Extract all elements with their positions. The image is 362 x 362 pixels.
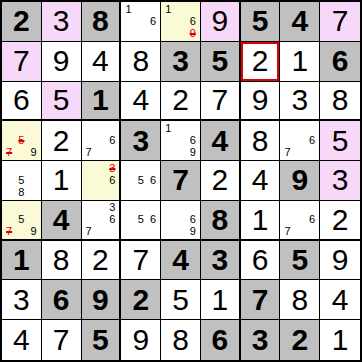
candidate-empty bbox=[3, 202, 15, 214]
candidate-empty bbox=[3, 214, 15, 226]
cell-r1c8[interactable]: 4 bbox=[280, 2, 320, 42]
candidate-empty bbox=[15, 147, 27, 159]
candidate-empty bbox=[135, 162, 147, 174]
given-digit: 2 bbox=[132, 285, 149, 315]
candidate-empty bbox=[28, 187, 40, 199]
candidate-empty bbox=[3, 122, 15, 134]
given-digit: 4 bbox=[211, 126, 228, 156]
candidate-empty bbox=[147, 226, 159, 238]
candidate-empty bbox=[83, 187, 95, 199]
candidate-empty bbox=[106, 147, 118, 159]
cell-r8c3[interactable]: 9 bbox=[82, 280, 122, 320]
candidate-empty bbox=[174, 15, 186, 27]
cell-r8c6[interactable]: 1 bbox=[201, 280, 241, 320]
candidate-empty bbox=[28, 214, 40, 226]
cell-r6c7[interactable]: 1 bbox=[241, 201, 281, 241]
candidate-7: 7 bbox=[281, 226, 293, 238]
cell-r2c8[interactable]: 1 bbox=[280, 42, 320, 82]
candidate-empty bbox=[83, 214, 95, 226]
cell-r6c8[interactable]: 67 bbox=[280, 201, 320, 241]
candidate-empty bbox=[174, 202, 186, 214]
sudoku-board: 2381616995477948352166514279385792673169… bbox=[0, 0, 362, 362]
candidate-empty bbox=[83, 162, 95, 174]
cell-r5c3[interactable]: 36 bbox=[82, 161, 122, 201]
solved-digit: 8 bbox=[132, 46, 149, 76]
cell-r5c2[interactable]: 1 bbox=[42, 161, 82, 201]
cell-r1c9[interactable]: 7 bbox=[320, 2, 360, 42]
cell-r5c8[interactable]: 9 bbox=[280, 161, 320, 201]
candidate-empty bbox=[306, 122, 318, 134]
candidate-empty bbox=[15, 162, 27, 174]
candidate-empty bbox=[281, 202, 293, 214]
cell-r6c1[interactable]: 579 bbox=[2, 201, 42, 241]
cell-r4c2[interactable]: 2 bbox=[42, 121, 82, 161]
given-digit: 6 bbox=[53, 285, 70, 315]
candidate-6: 6 bbox=[106, 174, 118, 186]
given-digit: 4 bbox=[53, 205, 70, 235]
candidate-5: 5 bbox=[15, 214, 27, 226]
cell-r3c3[interactable]: 1 bbox=[82, 82, 122, 122]
cell-r4c4[interactable]: 3 bbox=[121, 121, 161, 161]
candidate-empty bbox=[3, 187, 15, 199]
cell-r2c1[interactable]: 7 bbox=[2, 42, 42, 82]
candidate-empty bbox=[28, 162, 40, 174]
candidate-empty bbox=[162, 214, 174, 226]
candidate-empty bbox=[122, 202, 134, 214]
candidate-8: 8 bbox=[15, 187, 27, 199]
candidate-empty bbox=[94, 202, 106, 214]
candidate-grid: 16 bbox=[122, 3, 159, 40]
candidate-empty bbox=[294, 147, 306, 159]
cell-r1c3[interactable]: 8 bbox=[82, 2, 122, 42]
candidate-grid: 56 bbox=[122, 202, 159, 238]
cell-r8c1[interactable]: 3 bbox=[2, 280, 42, 320]
cell-r1c2[interactable]: 3 bbox=[42, 2, 82, 42]
cell-r1c7[interactable]: 5 bbox=[241, 2, 281, 42]
cell-r2c4[interactable]: 8 bbox=[121, 42, 161, 82]
given-digit: 3 bbox=[252, 325, 269, 355]
candidate-empty bbox=[306, 202, 318, 214]
cell-r7c7[interactable]: 6 bbox=[241, 241, 281, 281]
solved-digit: 8 bbox=[53, 245, 70, 275]
given-digit: 7 bbox=[252, 285, 269, 315]
candidate-empty bbox=[28, 135, 40, 147]
candidate-empty bbox=[122, 28, 134, 40]
cell-r5c4[interactable]: 56 bbox=[121, 161, 161, 201]
cell-r9c5[interactable]: 8 bbox=[161, 320, 201, 360]
candidate-empty bbox=[122, 162, 134, 174]
candidate-6: 6 bbox=[147, 15, 159, 27]
cell-r7c1[interactable]: 1 bbox=[2, 241, 42, 281]
solved-digit: 6 bbox=[252, 245, 269, 275]
cell-r6c6[interactable]: 8 bbox=[201, 201, 241, 241]
candidate-empty bbox=[135, 226, 147, 238]
candidate-empty bbox=[94, 162, 106, 174]
cell-r7c4[interactable]: 7 bbox=[121, 241, 161, 281]
cell-r7c9[interactable]: 9 bbox=[320, 241, 360, 281]
given-digit: 3 bbox=[132, 126, 149, 156]
solved-digit: 4 bbox=[92, 46, 109, 76]
candidate-empty bbox=[122, 15, 134, 27]
given-digit: 8 bbox=[211, 205, 228, 235]
candidate-empty bbox=[135, 3, 147, 15]
solved-digit: 1 bbox=[332, 325, 349, 355]
candidate-empty bbox=[174, 122, 186, 134]
cell-r6c9[interactable]: 2 bbox=[320, 201, 360, 241]
given-digit: 3 bbox=[172, 46, 189, 76]
candidate-7: 7 bbox=[83, 226, 95, 238]
given-digit: 5 bbox=[92, 325, 109, 355]
cell-r6c4[interactable]: 56 bbox=[121, 201, 161, 241]
candidate-3: 3 bbox=[106, 202, 118, 214]
cell-r2c7[interactable]: 2 bbox=[241, 42, 281, 82]
cell-r2c5[interactable]: 3 bbox=[161, 42, 201, 82]
candidate-6: 6 bbox=[147, 174, 159, 186]
cell-r4c6[interactable]: 4 bbox=[201, 121, 241, 161]
candidate-empty bbox=[294, 122, 306, 134]
cell-r1c4[interactable]: 16 bbox=[121, 2, 161, 42]
cell-r4c8[interactable]: 67 bbox=[280, 121, 320, 161]
solved-digit: 8 bbox=[172, 325, 189, 355]
given-digit: 5 bbox=[252, 6, 269, 36]
candidate-empty bbox=[94, 226, 106, 238]
cell-r4c9[interactable]: 5 bbox=[320, 121, 360, 161]
cell-r9c9[interactable]: 1 bbox=[320, 320, 360, 360]
candidate-6: 6 bbox=[187, 15, 199, 27]
candidate-empty bbox=[15, 226, 27, 238]
solved-digit: 4 bbox=[132, 85, 149, 115]
cell-r5c5[interactable]: 7 bbox=[161, 161, 201, 201]
cell-r3c9[interactable]: 8 bbox=[320, 82, 360, 122]
candidate-empty bbox=[162, 202, 174, 214]
solved-digit: 5 bbox=[332, 126, 349, 156]
cell-r3c4[interactable]: 4 bbox=[121, 82, 161, 122]
given-digit: 4 bbox=[172, 245, 189, 275]
cell-r3c7[interactable]: 9 bbox=[241, 82, 281, 122]
candidate-grid: 69 bbox=[162, 202, 199, 238]
candidate-empty bbox=[147, 28, 159, 40]
candidate-5: 5 bbox=[135, 214, 147, 226]
cell-r9c1[interactable]: 4 bbox=[2, 320, 42, 360]
candidate-empty bbox=[187, 202, 199, 214]
candidate-5: 5 bbox=[15, 174, 27, 186]
candidate-empty bbox=[3, 162, 15, 174]
cell-r7c2[interactable]: 8 bbox=[42, 241, 82, 281]
candidate-empty bbox=[306, 147, 318, 159]
cell-r8c2[interactable]: 6 bbox=[42, 280, 82, 320]
cell-r1c5[interactable]: 169 bbox=[161, 2, 201, 42]
candidate-grid: 367 bbox=[83, 202, 119, 238]
solved-digit: 2 bbox=[211, 165, 228, 195]
cell-r3c5[interactable]: 2 bbox=[161, 82, 201, 122]
candidate-empty bbox=[122, 174, 134, 186]
candidate-grid: 67 bbox=[281, 202, 318, 238]
cell-r3c2[interactable]: 5 bbox=[42, 82, 82, 122]
candidate-1: 1 bbox=[122, 3, 134, 15]
cell-r5c7[interactable]: 4 bbox=[241, 161, 281, 201]
candidate-empty bbox=[174, 147, 186, 159]
solved-digit: 7 bbox=[132, 245, 149, 275]
solved-digit: 2 bbox=[172, 85, 189, 115]
cell-r9c6[interactable]: 6 bbox=[201, 320, 241, 360]
candidate-6: 6 bbox=[187, 214, 199, 226]
cell-r4c5[interactable]: 169 bbox=[161, 121, 201, 161]
solved-digit: 3 bbox=[53, 6, 70, 36]
candidate-empty bbox=[106, 226, 118, 238]
candidate-empty bbox=[147, 187, 159, 199]
solved-digit: 9 bbox=[53, 46, 70, 76]
candidate-9: 9 bbox=[28, 226, 40, 238]
cell-r8c9[interactable]: 4 bbox=[320, 280, 360, 320]
solved-digit: 4 bbox=[332, 285, 349, 315]
given-digit: 7 bbox=[172, 165, 189, 195]
cell-r7c6[interactable]: 3 bbox=[201, 241, 241, 281]
candidate-empty bbox=[281, 214, 293, 226]
candidate-1: 1 bbox=[162, 122, 174, 134]
candidate-empty bbox=[294, 202, 306, 214]
candidate-empty bbox=[122, 226, 134, 238]
cell-r8c8[interactable]: 8 bbox=[280, 280, 320, 320]
solved-digit: 7 bbox=[53, 325, 70, 355]
candidate-empty bbox=[122, 187, 134, 199]
given-digit: 5 bbox=[211, 46, 228, 76]
solved-digit: 1 bbox=[252, 205, 269, 235]
cell-r3c8[interactable]: 3 bbox=[280, 82, 320, 122]
candidate-empty bbox=[174, 214, 186, 226]
candidate-empty bbox=[135, 15, 147, 27]
solved-digit: 5 bbox=[53, 85, 70, 115]
candidate-empty bbox=[294, 214, 306, 226]
candidate-empty bbox=[174, 3, 186, 15]
candidate-empty bbox=[306, 226, 318, 238]
solved-digit: 2 bbox=[252, 46, 269, 76]
candidate-grid: 169 bbox=[162, 122, 199, 159]
candidate-empty bbox=[94, 174, 106, 186]
solved-digit: 9 bbox=[132, 325, 149, 355]
given-digit: 8 bbox=[92, 6, 109, 36]
candidate-9: 9 bbox=[28, 147, 40, 159]
candidate-empty bbox=[28, 202, 40, 214]
solved-digit: 4 bbox=[252, 165, 269, 195]
solved-digit: 7 bbox=[211, 85, 228, 115]
candidate-1: 1 bbox=[162, 3, 174, 15]
solved-digit: 4 bbox=[13, 325, 30, 355]
candidate-empty bbox=[83, 202, 95, 214]
cell-r5c9[interactable]: 3 bbox=[320, 161, 360, 201]
cell-r2c9[interactable]: 6 bbox=[320, 42, 360, 82]
candidate-9-eliminated: 9 bbox=[187, 28, 199, 40]
solved-digit: 7 bbox=[13, 46, 30, 76]
solved-digit: 9 bbox=[252, 85, 269, 115]
cell-r7c8[interactable]: 5 bbox=[280, 241, 320, 281]
cell-r5c1[interactable]: 58 bbox=[2, 161, 42, 201]
cell-r5c6[interactable]: 2 bbox=[201, 161, 241, 201]
candidate-3-eliminated: 3 bbox=[106, 162, 118, 174]
candidate-empty bbox=[28, 174, 40, 186]
cell-r8c5[interactable]: 5 bbox=[161, 280, 201, 320]
candidate-empty bbox=[187, 3, 199, 15]
given-digit: 4 bbox=[291, 6, 308, 36]
solved-digit: 7 bbox=[332, 6, 349, 36]
solved-digit: 5 bbox=[172, 285, 189, 315]
candidate-9: 9 bbox=[187, 226, 199, 238]
candidate-empty bbox=[174, 226, 186, 238]
solved-digit: 1 bbox=[53, 165, 70, 195]
cell-r7c5[interactable]: 4 bbox=[161, 241, 201, 281]
cell-r4c1[interactable]: 579 bbox=[2, 121, 42, 161]
given-digit: 5 bbox=[291, 245, 308, 275]
candidate-empty bbox=[94, 214, 106, 226]
cell-r2c2[interactable]: 9 bbox=[42, 42, 82, 82]
cell-r6c3[interactable]: 367 bbox=[82, 201, 122, 241]
candidate-grid: 67 bbox=[281, 122, 318, 159]
candidate-empty bbox=[3, 135, 15, 147]
candidate-empty bbox=[28, 122, 40, 134]
candidate-empty bbox=[294, 135, 306, 147]
cell-r9c7[interactable]: 3 bbox=[241, 320, 281, 360]
candidate-empty bbox=[3, 174, 15, 186]
candidate-5-eliminated: 5 bbox=[15, 135, 27, 147]
candidate-6: 6 bbox=[147, 214, 159, 226]
given-digit: 1 bbox=[92, 85, 109, 115]
candidate-empty bbox=[94, 135, 106, 147]
candidate-empty bbox=[135, 202, 147, 214]
cell-r8c4[interactable]: 2 bbox=[121, 280, 161, 320]
candidate-grid: 579 bbox=[3, 202, 40, 238]
candidate-7: 7 bbox=[281, 147, 293, 159]
candidate-6: 6 bbox=[187, 135, 199, 147]
solved-digit: 9 bbox=[211, 6, 228, 36]
given-digit: 9 bbox=[291, 165, 308, 195]
candidate-empty bbox=[94, 122, 106, 134]
candidate-empty bbox=[15, 202, 27, 214]
candidate-empty bbox=[94, 187, 106, 199]
solved-digit: 6 bbox=[13, 85, 30, 115]
cell-r8c7[interactable]: 7 bbox=[241, 280, 281, 320]
candidate-grid: 67 bbox=[83, 122, 119, 159]
given-digit: 2 bbox=[291, 325, 308, 355]
candidate-7: 7 bbox=[83, 147, 95, 159]
candidate-empty bbox=[106, 122, 118, 134]
candidate-grid: 579 bbox=[3, 122, 40, 159]
cell-r1c1[interactable]: 2 bbox=[2, 2, 42, 42]
cell-r9c4[interactable]: 9 bbox=[121, 320, 161, 360]
solved-digit: 2 bbox=[53, 126, 70, 156]
candidate-7-eliminated: 7 bbox=[3, 147, 15, 159]
candidate-empty bbox=[147, 3, 159, 15]
candidate-6: 6 bbox=[306, 135, 318, 147]
solved-digit: 9 bbox=[332, 245, 349, 275]
candidate-grid: 58 bbox=[3, 162, 40, 199]
candidate-empty bbox=[162, 15, 174, 27]
solved-digit: 8 bbox=[291, 285, 308, 315]
cell-r2c6[interactable]: 5 bbox=[201, 42, 241, 82]
cell-r6c2[interactable]: 4 bbox=[42, 201, 82, 241]
cell-r3c1[interactable]: 6 bbox=[2, 82, 42, 122]
candidate-grid: 36 bbox=[83, 162, 119, 199]
candidate-empty bbox=[294, 226, 306, 238]
candidate-empty bbox=[122, 214, 134, 226]
solved-digit: 8 bbox=[332, 85, 349, 115]
cell-r6c5[interactable]: 69 bbox=[161, 201, 201, 241]
given-digit: 6 bbox=[211, 325, 228, 355]
candidate-9: 9 bbox=[187, 147, 199, 159]
candidate-empty bbox=[83, 122, 95, 134]
candidate-6: 6 bbox=[306, 214, 318, 226]
solved-digit: 1 bbox=[211, 285, 228, 315]
given-digit: 3 bbox=[211, 245, 228, 275]
candidate-empty bbox=[147, 202, 159, 214]
candidate-empty bbox=[174, 135, 186, 147]
given-digit: 1 bbox=[13, 245, 30, 275]
candidate-empty bbox=[94, 147, 106, 159]
solved-digit: 3 bbox=[332, 165, 349, 195]
solved-digit: 2 bbox=[92, 245, 109, 275]
cell-r4c7[interactable]: 8 bbox=[241, 121, 281, 161]
candidate-empty bbox=[135, 187, 147, 199]
candidate-6: 6 bbox=[106, 135, 118, 147]
cell-r1c6[interactable]: 9 bbox=[201, 2, 241, 42]
candidate-empty bbox=[135, 28, 147, 40]
cell-r9c8[interactable]: 2 bbox=[280, 320, 320, 360]
cell-r7c3[interactable]: 2 bbox=[82, 241, 122, 281]
candidate-6: 6 bbox=[106, 214, 118, 226]
given-digit: 9 bbox=[92, 285, 109, 315]
solved-digit: 3 bbox=[13, 285, 30, 315]
cell-r2c3[interactable]: 4 bbox=[82, 42, 122, 82]
given-digit: 2 bbox=[13, 6, 30, 36]
candidate-empty bbox=[83, 135, 95, 147]
candidate-empty bbox=[147, 162, 159, 174]
candidate-empty bbox=[162, 135, 174, 147]
candidate-empty bbox=[281, 122, 293, 134]
candidate-empty bbox=[281, 135, 293, 147]
candidate-empty bbox=[162, 226, 174, 238]
candidate-empty bbox=[162, 28, 174, 40]
candidate-empty bbox=[187, 122, 199, 134]
cell-r4c3[interactable]: 67 bbox=[82, 121, 122, 161]
solved-digit: 8 bbox=[252, 126, 269, 156]
candidate-grid: 56 bbox=[122, 162, 159, 199]
solved-digit: 2 bbox=[332, 205, 349, 235]
cell-r9c2[interactable]: 7 bbox=[42, 320, 82, 360]
candidate-empty bbox=[83, 174, 95, 186]
candidate-7-eliminated: 7 bbox=[3, 226, 15, 238]
given-digit: 6 bbox=[332, 46, 349, 76]
candidate-5: 5 bbox=[135, 174, 147, 186]
cell-r3c6[interactable]: 7 bbox=[201, 82, 241, 122]
cell-r9c3[interactable]: 5 bbox=[82, 320, 122, 360]
candidate-grid: 169 bbox=[162, 3, 199, 40]
candidate-empty bbox=[174, 28, 186, 40]
candidate-empty bbox=[162, 147, 174, 159]
candidate-empty bbox=[106, 187, 118, 199]
solved-digit: 3 bbox=[291, 85, 308, 115]
candidate-empty bbox=[15, 122, 27, 134]
solved-digit: 1 bbox=[291, 46, 308, 76]
